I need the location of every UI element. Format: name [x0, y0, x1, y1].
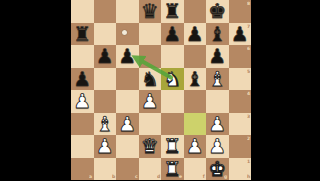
square-d6[interactable] — [139, 45, 162, 68]
square-g1[interactable]: ♚g — [206, 158, 229, 181]
black-pawn-a5[interactable]: ♟ — [71, 68, 94, 91]
square-e1[interactable]: ♜e — [161, 158, 184, 181]
square-f1[interactable]: f — [184, 158, 207, 181]
square-d3[interactable] — [139, 113, 162, 136]
square-b3[interactable]: ♝ — [94, 113, 117, 136]
square-c2[interactable] — [116, 135, 139, 158]
square-h5[interactable]: 5 — [229, 68, 252, 91]
white-pawn-g3[interactable]: ♟ — [206, 113, 229, 136]
square-a4[interactable]: ♟ — [71, 90, 94, 113]
black-pawn-b6[interactable]: ♟ — [94, 45, 117, 68]
white-pawn-f2[interactable]: ♟ — [184, 135, 207, 158]
black-bishop-f5[interactable]: ♝ — [184, 68, 207, 91]
square-c5[interactable] — [116, 68, 139, 91]
square-e2[interactable]: ♜ — [161, 135, 184, 158]
black-pawn-g6[interactable]: ♟ — [206, 45, 229, 68]
white-pawn-g2[interactable]: ♟ — [206, 135, 229, 158]
square-g7[interactable]: ♝ — [206, 23, 229, 46]
square-d8[interactable]: ♛ — [139, 0, 162, 23]
black-bishop-g7[interactable]: ♝ — [206, 23, 229, 46]
square-c6[interactable]: ♟ — [116, 45, 139, 68]
black-pawn-e7[interactable]: ♟ — [161, 23, 184, 46]
square-g2[interactable]: ♟ — [206, 135, 229, 158]
square-f5[interactable]: ♝ — [184, 68, 207, 91]
square-a2[interactable] — [71, 135, 94, 158]
file-label-h: h — [247, 175, 250, 180]
square-a5[interactable]: ♟ — [71, 68, 94, 91]
square-h6[interactable]: 6 — [229, 45, 252, 68]
square-d7[interactable] — [139, 23, 162, 46]
square-b5[interactable] — [94, 68, 117, 91]
square-a6[interactable] — [71, 45, 94, 68]
white-bishop-g5[interactable]: ♝ — [206, 68, 229, 91]
square-a1[interactable]: a — [71, 158, 94, 181]
square-h8[interactable]: 8 — [229, 0, 252, 23]
square-h7[interactable]: ♟7 — [229, 23, 252, 46]
square-e8[interactable]: ♜ — [161, 0, 184, 23]
square-b7[interactable] — [94, 23, 117, 46]
square-b4[interactable] — [94, 90, 117, 113]
file-label-a: a — [89, 175, 92, 180]
file-label-c: c — [135, 175, 138, 180]
square-b8[interactable] — [94, 0, 117, 23]
square-g3[interactable]: ♟ — [206, 113, 229, 136]
rank-label-3: 3 — [247, 114, 250, 119]
square-c3[interactable]: ♟ — [116, 113, 139, 136]
white-bishop-b3[interactable]: ♝ — [94, 113, 117, 136]
white-rook-e2[interactable]: ♜ — [161, 135, 184, 158]
white-pawn-b2[interactable]: ♟ — [94, 135, 117, 158]
square-e5[interactable]: ♞ — [161, 68, 184, 91]
square-d4[interactable]: ♟ — [139, 90, 162, 113]
square-g4[interactable] — [206, 90, 229, 113]
square-c4[interactable] — [116, 90, 139, 113]
white-queen-d2[interactable]: ♛ — [139, 135, 162, 158]
white-king-g1[interactable]: ♚ — [206, 158, 229, 181]
square-g6[interactable]: ♟ — [206, 45, 229, 68]
square-a8[interactable] — [71, 0, 94, 23]
rank-label-6: 6 — [247, 46, 250, 51]
square-h1[interactable]: 1h — [229, 158, 252, 181]
white-knight-e5[interactable]: ♞ — [161, 68, 184, 91]
right-letterbox-bar — [251, 0, 320, 180]
square-c8[interactable] — [116, 0, 139, 23]
square-g5[interactable]: ♝ — [206, 68, 229, 91]
black-pawn-h7[interactable]: ♟ — [229, 23, 252, 46]
white-rook-e1[interactable]: ♜ — [161, 158, 184, 181]
square-b1[interactable]: b — [94, 158, 117, 181]
white-pawn-c3[interactable]: ♟ — [116, 113, 139, 136]
black-rook-a7[interactable]: ♜ — [71, 23, 94, 46]
chess-board: ♛♜♚8♜♟♟♝♟7♟♟♟6♟♞♞♝♝5♟♟4♝♟♟3♟♛♜♟♟2abcd♜ef… — [71, 0, 251, 180]
black-rook-e8[interactable]: ♜ — [161, 0, 184, 23]
white-pawn-d4[interactable]: ♟ — [139, 90, 162, 113]
square-d5[interactable]: ♞ — [139, 68, 162, 91]
black-knight-d5[interactable]: ♞ — [139, 68, 162, 91]
square-b6[interactable]: ♟ — [94, 45, 117, 68]
square-g8[interactable]: ♚ — [206, 0, 229, 23]
square-c7[interactable] — [116, 23, 139, 46]
square-a7[interactable]: ♜ — [71, 23, 94, 46]
square-d2[interactable]: ♛ — [139, 135, 162, 158]
square-f2[interactable]: ♟ — [184, 135, 207, 158]
square-f8[interactable] — [184, 0, 207, 23]
square-a3[interactable] — [71, 113, 94, 136]
rank-label-2: 2 — [247, 136, 250, 141]
black-pawn-c6[interactable]: ♟ — [116, 45, 139, 68]
black-pawn-f7[interactable]: ♟ — [184, 23, 207, 46]
square-h3[interactable]: 3 — [229, 113, 252, 136]
left-letterbox-bar — [0, 0, 71, 180]
square-e6[interactable] — [161, 45, 184, 68]
square-f6[interactable] — [184, 45, 207, 68]
square-c1[interactable]: c — [116, 158, 139, 181]
white-pawn-a4[interactable]: ♟ — [71, 90, 94, 113]
square-e7[interactable]: ♟ — [161, 23, 184, 46]
square-h4[interactable]: 4 — [229, 90, 252, 113]
file-label-b: b — [112, 175, 115, 180]
square-f3[interactable] — [184, 113, 207, 136]
file-label-d: d — [157, 175, 160, 180]
square-e3[interactable] — [161, 113, 184, 136]
black-queen-d8[interactable]: ♛ — [139, 0, 162, 23]
rank-label-5: 5 — [247, 69, 250, 74]
rank-label-4: 4 — [247, 91, 250, 96]
rank-label-1: 1 — [247, 159, 250, 164]
square-f4[interactable] — [184, 90, 207, 113]
rank-label-8: 8 — [247, 1, 250, 6]
square-h2[interactable]: 2 — [229, 135, 252, 158]
square-d1[interactable]: d — [139, 158, 162, 181]
file-label-f: f — [203, 175, 205, 180]
square-e4[interactable] — [161, 90, 184, 113]
square-f7[interactable]: ♟ — [184, 23, 207, 46]
black-king-g8[interactable]: ♚ — [206, 0, 229, 23]
square-b2[interactable]: ♟ — [94, 135, 117, 158]
